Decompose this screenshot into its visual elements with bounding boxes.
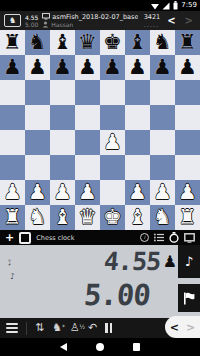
next-move-button[interactable]: > — [185, 11, 193, 30]
clock-panel-title: Chess clock — [36, 234, 135, 242]
black-king: ♚ — [103, 30, 122, 55]
square-d7[interactable]: ♟ — [75, 55, 100, 80]
square-f4[interactable] — [125, 130, 150, 155]
chess-clock-panel: ♪ ♪ 4.55 ♟ 5.00 ♪ — [0, 245, 200, 318]
square-e4[interactable]: ♟ — [100, 130, 125, 155]
square-e6[interactable] — [100, 80, 125, 105]
flag-icon — [183, 292, 195, 305]
square-b6[interactable] — [25, 80, 50, 105]
square-c6[interactable] — [50, 80, 75, 105]
toolbar-divider — [26, 322, 27, 335]
toolbar-clock-top: 4.55 — [25, 14, 38, 21]
square-h5[interactable] — [175, 105, 200, 130]
square-f5[interactable] — [125, 105, 150, 130]
flap-next-button[interactable]: > — [186, 321, 195, 334]
white-pawn: ♟ — [103, 130, 122, 155]
clock-row-black: 4.55 ♟ — [0, 245, 178, 279]
black-time: 4.55 — [103, 247, 162, 277]
black-knight: ♞ — [28, 30, 47, 55]
clock-header-bar: + Chess clock i — [0, 230, 200, 245]
cellular-signal-icon — [162, 2, 170, 10]
square-c3[interactable] — [50, 155, 75, 180]
move-nav-arrows: < > — [164, 11, 196, 30]
black-pawn: ♟ — [78, 55, 97, 80]
square-b7[interactable]: ♟ — [25, 55, 50, 80]
flap-prev-button[interactable]: < — [170, 321, 179, 334]
pause-icon[interactable] — [105, 323, 112, 333]
square-b1[interactable]: ♞ — [25, 205, 50, 230]
square-d5[interactable] — [75, 105, 100, 130]
clock-side-buttons: ♪ — [178, 245, 200, 318]
white-bishop: ♝ — [128, 205, 147, 230]
white-queen: ♛ — [78, 205, 97, 230]
bottom-toolbar: ⇅ ♞* ♙½ ↶ < > — [0, 318, 200, 338]
square-a6[interactable] — [0, 80, 25, 105]
knight-gear-icon[interactable]: ♞* — [52, 318, 62, 338]
engine-name-row[interactable]: asmFish_2018-02-07_base — [42, 13, 138, 21]
square-g1[interactable]: ♞ — [150, 205, 175, 230]
square-g8[interactable]: ♞ — [150, 30, 175, 55]
white-time: 5.00 — [83, 279, 152, 311]
chess-board: ♜♞♝♛♚♝♞♜♟♟♟♟♟♟♟♟♟♟♟♟♟♟♟♟♜♞♝♛♚♝♞♜ — [0, 30, 200, 230]
white-rook: ♜ — [178, 205, 197, 230]
square-e3[interactable] — [100, 155, 125, 180]
white-pawn: ♟ — [78, 180, 97, 205]
square-d6[interactable] — [75, 80, 100, 105]
square-c2[interactable]: ♟ — [50, 180, 75, 205]
black-pawn-turn-icon: ♟ — [163, 247, 177, 277]
add-button[interactable]: + — [5, 230, 14, 245]
sound-button[interactable]: ♪ — [178, 245, 200, 278]
draw-half-glyph: ½ — [79, 317, 85, 337]
square-a8[interactable]: ♜ — [0, 30, 25, 55]
menu-icon[interactable] — [6, 323, 18, 333]
square-b2[interactable]: ♟ — [25, 180, 50, 205]
square-h3[interactable] — [175, 155, 200, 180]
white-rook: ♜ — [3, 205, 22, 230]
square-h1[interactable]: ♜ — [175, 205, 200, 230]
square-g4[interactable] — [150, 130, 175, 155]
white-pawn: ♟ — [28, 180, 47, 205]
square-b3[interactable] — [25, 155, 50, 180]
black-pawn: ♟ — [178, 55, 197, 80]
square-f6[interactable] — [125, 80, 150, 105]
clock-header-icons: i — [140, 232, 195, 243]
square-h2[interactable]: ♟ — [175, 180, 200, 205]
engine-name: asmFish_2018-02-07_base — [52, 13, 138, 21]
white-pawn: ♟ — [3, 180, 22, 205]
monitor-icon[interactable] — [184, 233, 195, 243]
square-d4[interactable] — [75, 130, 100, 155]
square-b5[interactable] — [25, 105, 50, 130]
square-e1[interactable]: ♚ — [100, 205, 125, 230]
battery-icon — [173, 1, 178, 10]
note-icon: ♪ — [185, 254, 193, 269]
square-e8[interactable]: ♚ — [100, 30, 125, 55]
player-name-row[interactable]: Hassan — [42, 21, 138, 28]
square-c4[interactable] — [50, 130, 75, 155]
square-c8[interactable]: ♝ — [50, 30, 75, 55]
knight-glyph: ♞ — [52, 321, 62, 334]
square-a3[interactable] — [0, 155, 25, 180]
square-g3[interactable] — [150, 155, 175, 180]
black-pawn: ♟ — [53, 55, 72, 80]
person-icon — [42, 21, 49, 28]
black-pawn: ♟ — [3, 55, 22, 80]
back-button[interactable] — [60, 343, 67, 351]
square-e7[interactable]: ♟ — [100, 55, 125, 80]
flip-board-icon[interactable]: ⇅ — [35, 318, 44, 338]
undo-icon[interactable]: ↶ — [88, 318, 97, 338]
white-bishop: ♝ — [53, 205, 72, 230]
square-a2[interactable]: ♟ — [0, 180, 25, 205]
square-d1[interactable]: ♛ — [75, 205, 100, 230]
square-f7[interactable]: ♟ — [125, 55, 150, 80]
engine-thinking-icon[interactable]: ♞ — [4, 14, 21, 27]
top-bar: ♞ 4.55 5.00 asmFish_2018-02-07_base 3421… — [0, 11, 200, 30]
clock-display[interactable]: ♪ ♪ 4.55 ♟ 5.00 — [0, 245, 178, 318]
black-pawn: ♟ — [153, 55, 172, 80]
list-icon[interactable] — [154, 233, 164, 242]
square-a4[interactable] — [0, 130, 25, 155]
white-pawn: ♟ — [178, 180, 197, 205]
square-d2[interactable]: ♟ — [75, 180, 100, 205]
white-pawn: ♟ — [128, 180, 147, 205]
black-queen: ♛ — [78, 30, 97, 55]
square-c1[interactable]: ♝ — [50, 205, 75, 230]
note-decoration-2: ♪ — [9, 272, 15, 282]
square-e2[interactable] — [100, 180, 125, 205]
square-b4[interactable] — [25, 130, 50, 155]
square-d3[interactable] — [75, 155, 100, 180]
toolbar-clock-times[interactable]: 4.55 5.00 — [25, 14, 38, 28]
square-h8[interactable]: ♜ — [175, 30, 200, 55]
square-a7[interactable]: ♟ — [0, 55, 25, 80]
wifi-icon — [151, 2, 159, 10]
resign-flag-button[interactable] — [178, 284, 200, 312]
white-king: ♚ — [103, 205, 122, 230]
square-d8[interactable]: ♛ — [75, 30, 100, 55]
square-g2[interactable]: ♟ — [150, 180, 175, 205]
player-name: Hassan — [51, 21, 73, 28]
black-bishop: ♝ — [128, 30, 147, 55]
offer-draw-icon[interactable]: ♙½ — [70, 318, 80, 338]
square-f1[interactable]: ♝ — [125, 205, 150, 230]
square-a5[interactable] — [0, 105, 25, 130]
engine-rating: 3421 — [144, 13, 161, 21]
white-pawn: ♟ — [153, 180, 172, 205]
white-pawn: ♟ — [53, 180, 72, 205]
square-g6[interactable] — [150, 80, 175, 105]
android-nav-bar — [0, 338, 200, 356]
square-h7[interactable]: ♟ — [175, 55, 200, 80]
black-bishop: ♝ — [53, 30, 72, 55]
square-h6[interactable] — [175, 80, 200, 105]
stopwatch-icon[interactable] — [169, 232, 179, 243]
knight-badge: * — [62, 317, 65, 337]
move-nav-flap: < > — [165, 316, 200, 338]
home-button[interactable] — [96, 343, 104, 351]
square-b8[interactable]: ♞ — [25, 30, 50, 55]
square-g7[interactable]: ♟ — [150, 55, 175, 80]
black-pawn: ♟ — [103, 55, 122, 80]
recents-button[interactable] — [133, 343, 141, 351]
toolbar-clock-bottom: 5.00 — [25, 21, 38, 28]
player-rating: ..... — [144, 21, 161, 29]
black-pawn: ♟ — [28, 55, 47, 80]
square-f2[interactable]: ♟ — [125, 180, 150, 205]
player-names-block[interactable]: asmFish_2018-02-07_base 3421 Hassan ....… — [42, 13, 160, 29]
clock-row-white: 5.00 — [0, 279, 178, 318]
engine-knight-glyph: ♞ — [9, 17, 16, 25]
white-knight: ♞ — [153, 205, 172, 230]
black-rook: ♜ — [178, 30, 197, 55]
info-icon[interactable]: i — [140, 233, 149, 242]
black-pawn: ♟ — [128, 55, 147, 80]
square-h4[interactable] — [175, 130, 200, 155]
prev-move-button[interactable]: < — [167, 11, 175, 30]
square-f8[interactable]: ♝ — [125, 30, 150, 55]
white-knight: ♞ — [28, 205, 47, 230]
square-c5[interactable] — [50, 105, 75, 130]
droidfish-chess-app: 7:59 ♞ 4.55 5.00 asmFish_2018-02-07_base… — [0, 0, 200, 356]
black-knight: ♞ — [153, 30, 172, 55]
square-c7[interactable]: ♟ — [50, 55, 75, 80]
status-time: 7:59 — [181, 0, 197, 11]
square-a1[interactable]: ♜ — [0, 205, 25, 230]
status-bar: 7:59 — [0, 0, 200, 11]
square-f3[interactable] — [125, 155, 150, 180]
square-e5[interactable] — [100, 105, 125, 130]
black-rook: ♜ — [3, 30, 22, 55]
square-g5[interactable] — [150, 105, 175, 130]
board-view-icon[interactable] — [19, 232, 31, 244]
monitor-mini-icon — [42, 13, 50, 20]
